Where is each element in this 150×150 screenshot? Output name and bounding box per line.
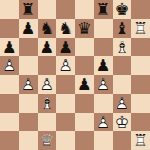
white-rook-h7[interactable]: ♜♖ <box>131 19 150 38</box>
square-c8[interactable] <box>38 0 57 19</box>
square-g4[interactable] <box>113 75 132 94</box>
white-bishop-g6[interactable]: ♝♗ <box>113 38 132 57</box>
square-e3[interactable] <box>75 94 94 113</box>
square-a6[interactable]: ♟ <box>0 38 19 57</box>
piece-glyph-outline: ♕ <box>38 131 57 150</box>
piece-glyph-outline: ♙ <box>38 75 57 94</box>
square-b6[interactable] <box>19 38 38 57</box>
square-d6[interactable]: ♟ <box>56 38 75 57</box>
square-g3[interactable]: ♟♙ <box>113 94 132 113</box>
square-e6[interactable] <box>75 38 94 57</box>
square-h6[interactable] <box>131 38 150 57</box>
square-a5[interactable]: ♟♙ <box>0 56 19 75</box>
square-g7[interactable]: ♝ <box>113 19 132 38</box>
piece-glyph-fill: ♝ <box>113 19 132 38</box>
chess-board: ♜♜♚♟♞♞♛♝♜♖♟♟♟♝♗♟♙♟♙♟♟♙♟♙♟♟♙♝♗♟♙♟♙♚♔♛♕♜♖ <box>0 0 150 150</box>
piece-glyph-outline: ♖ <box>131 131 150 150</box>
square-a7[interactable] <box>0 19 19 38</box>
square-g5[interactable] <box>113 56 132 75</box>
square-d4[interactable] <box>56 75 75 94</box>
piece-glyph-outline: ♙ <box>19 75 38 94</box>
square-h4[interactable] <box>131 75 150 94</box>
piece-glyph-fill: ♟ <box>19 19 38 38</box>
square-f7[interactable] <box>94 19 113 38</box>
piece-glyph-outline: ♖ <box>131 19 150 38</box>
white-pawn-d5[interactable]: ♟♙ <box>56 56 75 75</box>
square-d7[interactable]: ♞ <box>56 19 75 38</box>
square-d2[interactable] <box>56 113 75 132</box>
square-b7[interactable]: ♟ <box>19 19 38 38</box>
piece-glyph-fill: ♟ <box>94 56 113 75</box>
white-pawn-c4[interactable]: ♟♙ <box>38 75 57 94</box>
white-pawn-f2[interactable]: ♟♙ <box>94 113 113 132</box>
black-knight-c7[interactable]: ♞ <box>38 19 57 38</box>
square-c3[interactable]: ♝♗ <box>38 94 57 113</box>
white-pawn-g3[interactable]: ♟♙ <box>113 94 132 113</box>
square-f5[interactable]: ♟ <box>94 56 113 75</box>
piece-glyph-fill: ♜ <box>19 0 38 19</box>
square-b2[interactable] <box>19 113 38 132</box>
piece-glyph-outline: ♗ <box>38 94 57 113</box>
piece-glyph-fill: ♚ <box>113 0 132 19</box>
square-b8[interactable]: ♜ <box>19 0 38 19</box>
square-e5[interactable] <box>75 56 94 75</box>
square-f2[interactable]: ♟♙ <box>94 113 113 132</box>
square-b1[interactable] <box>19 131 38 150</box>
square-f4[interactable]: ♟♙ <box>94 75 113 94</box>
square-h7[interactable]: ♜♖ <box>131 19 150 38</box>
piece-glyph-outline: ♙ <box>113 94 132 113</box>
white-pawn-f4[interactable]: ♟♙ <box>94 75 113 94</box>
piece-glyph-outline: ♙ <box>0 56 19 75</box>
square-h5[interactable] <box>131 56 150 75</box>
square-b3[interactable] <box>19 94 38 113</box>
piece-glyph-fill: ♜ <box>94 0 113 19</box>
square-c6[interactable]: ♟ <box>38 38 57 57</box>
square-c1[interactable]: ♛♕ <box>38 131 57 150</box>
black-knight-d7[interactable]: ♞ <box>56 19 75 38</box>
square-a3[interactable] <box>0 94 19 113</box>
square-g8[interactable]: ♚ <box>113 0 132 19</box>
square-b4[interactable]: ♟♙ <box>19 75 38 94</box>
black-queen-e7[interactable]: ♛ <box>75 19 94 38</box>
black-pawn-c6[interactable]: ♟ <box>38 38 57 57</box>
square-e2[interactable] <box>75 113 94 132</box>
black-bishop-g7[interactable]: ♝ <box>113 19 132 38</box>
white-king-g2[interactable]: ♚♔ <box>113 113 132 132</box>
square-a2[interactable] <box>0 113 19 132</box>
square-h3[interactable] <box>131 94 150 113</box>
black-rook-f8[interactable]: ♜ <box>94 0 113 19</box>
black-pawn-e4[interactable]: ♟ <box>75 75 94 94</box>
piece-glyph-outline: ♙ <box>94 113 113 132</box>
piece-glyph-fill: ♟ <box>56 38 75 57</box>
square-b5[interactable] <box>19 56 38 75</box>
square-f6[interactable] <box>94 38 113 57</box>
square-c7[interactable]: ♞ <box>38 19 57 38</box>
black-pawn-d6[interactable]: ♟ <box>56 38 75 57</box>
piece-glyph-fill: ♞ <box>56 19 75 38</box>
white-rook-h1[interactable]: ♜♖ <box>131 131 150 150</box>
white-queen-c1[interactable]: ♛♕ <box>38 131 57 150</box>
square-h1[interactable]: ♜♖ <box>131 131 150 150</box>
square-f3[interactable] <box>94 94 113 113</box>
square-c2[interactable] <box>38 113 57 132</box>
square-g2[interactable]: ♚♔ <box>113 113 132 132</box>
black-pawn-b7[interactable]: ♟ <box>19 19 38 38</box>
square-e7[interactable]: ♛ <box>75 19 94 38</box>
white-pawn-b4[interactable]: ♟♙ <box>19 75 38 94</box>
square-a4[interactable] <box>0 75 19 94</box>
black-king-g8[interactable]: ♚ <box>113 0 132 19</box>
piece-glyph-outline: ♗ <box>113 38 132 57</box>
square-d1[interactable] <box>56 131 75 150</box>
white-pawn-a5[interactable]: ♟♙ <box>0 56 19 75</box>
black-pawn-a6[interactable]: ♟ <box>0 38 19 57</box>
piece-glyph-fill: ♞ <box>38 19 57 38</box>
piece-glyph-outline: ♙ <box>56 56 75 75</box>
square-d8[interactable] <box>56 0 75 19</box>
white-bishop-c3[interactable]: ♝♗ <box>38 94 57 113</box>
square-e1[interactable] <box>75 131 94 150</box>
square-f8[interactable]: ♜ <box>94 0 113 19</box>
piece-glyph-fill: ♟ <box>75 75 94 94</box>
piece-glyph-fill: ♛ <box>75 19 94 38</box>
black-rook-b8[interactable]: ♜ <box>19 0 38 19</box>
square-g1[interactable] <box>113 131 132 150</box>
piece-glyph-outline: ♔ <box>113 113 132 132</box>
square-e8[interactable] <box>75 0 94 19</box>
black-pawn-f5[interactable]: ♟ <box>94 56 113 75</box>
square-c4[interactable]: ♟♙ <box>38 75 57 94</box>
square-c5[interactable] <box>38 56 57 75</box>
square-d3[interactable] <box>56 94 75 113</box>
square-f1[interactable] <box>94 131 113 150</box>
square-a1[interactable] <box>0 131 19 150</box>
piece-glyph-fill: ♟ <box>38 38 57 57</box>
square-h2[interactable] <box>131 113 150 132</box>
square-h8[interactable] <box>131 0 150 19</box>
piece-glyph-outline: ♙ <box>94 75 113 94</box>
square-a8[interactable] <box>0 0 19 19</box>
square-e4[interactable]: ♟ <box>75 75 94 94</box>
piece-glyph-fill: ♟ <box>0 38 19 57</box>
square-d5[interactable]: ♟♙ <box>56 56 75 75</box>
square-g6[interactable]: ♝♗ <box>113 38 132 57</box>
